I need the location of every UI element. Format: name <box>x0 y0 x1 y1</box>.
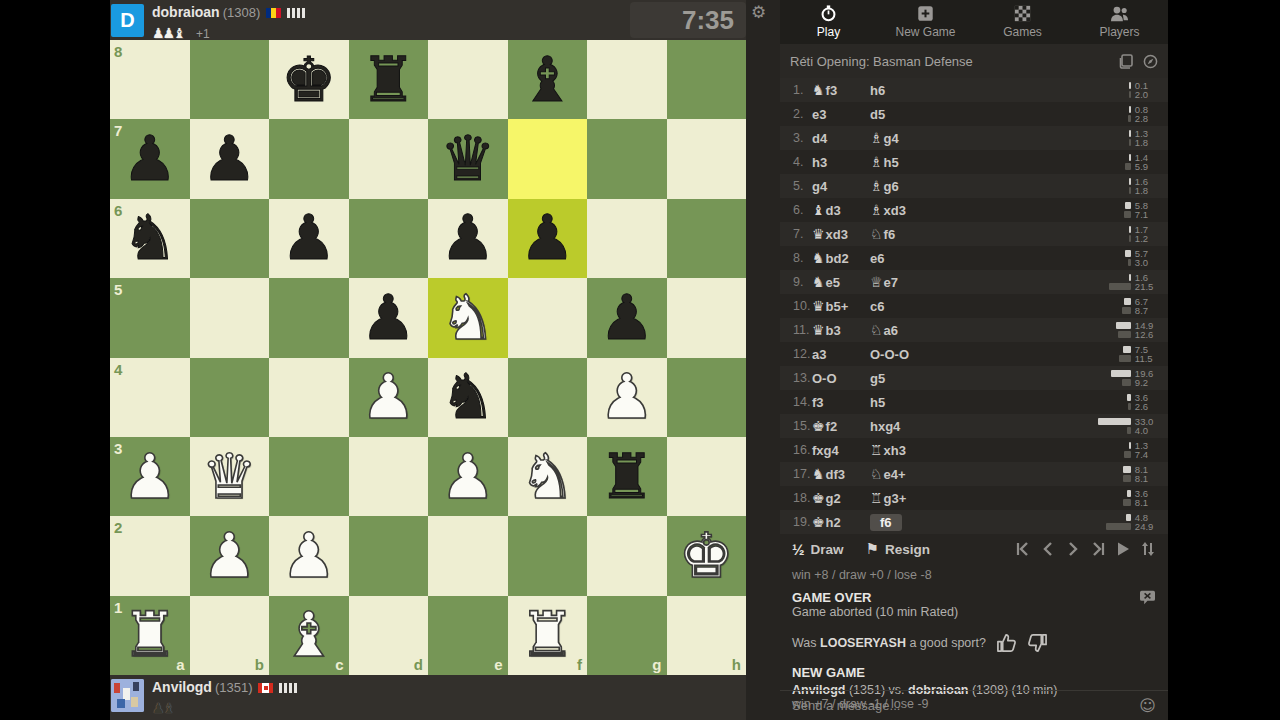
square-f3[interactable]: ♞ <box>508 437 588 516</box>
piece-black-queen[interactable]: ♛ <box>440 128 496 190</box>
piece-white-pawn[interactable]: ♟ <box>122 446 178 508</box>
move-number: 7. <box>780 227 812 241</box>
white-move[interactable]: ♚f2 <box>812 418 870 434</box>
square-a4[interactable]: 4 <box>110 358 190 437</box>
square-g6[interactable] <box>587 199 667 278</box>
move-row: 7.♛xd3♘f61.71.2 <box>780 222 1168 246</box>
file-label: d <box>414 657 423 672</box>
square-h1[interactable]: h <box>667 596 747 675</box>
square-b2[interactable]: ♟ <box>190 516 270 595</box>
square-d3[interactable] <box>349 437 429 516</box>
move-row: 13.O-Og519.69.2 <box>780 366 1168 390</box>
black-clock: 7:35 <box>630 2 746 38</box>
figurine-icon: ♖ <box>870 442 883 458</box>
square-c3[interactable] <box>269 437 349 516</box>
piece-white-rook[interactable]: ♜ <box>519 604 575 666</box>
square-c7[interactable] <box>269 119 349 198</box>
figurine-icon: ♘ <box>870 322 883 338</box>
piece-black-knight[interactable]: ♞ <box>122 207 178 269</box>
opening-row: Réti Opening: Basman Defense <box>780 44 1168 78</box>
piece-white-queen[interactable]: ♛ <box>201 446 257 508</box>
piece-black-pawn[interactable]: ♟ <box>201 128 257 190</box>
move-times: 7.511.5 <box>1096 346 1168 363</box>
move-row: 8.♞bd2e65.73.0 <box>780 246 1168 270</box>
rank-label: 4 <box>114 362 122 377</box>
black-move[interactable]: ♗h5 <box>870 154 1096 170</box>
piece-white-knight[interactable]: ♞ <box>519 446 575 508</box>
figurine-icon: ♕ <box>870 274 883 290</box>
square-e6[interactable]: ♟ <box>428 199 508 278</box>
sportsmanship-row: Was LOOSERYASH a good sport? <box>792 633 1156 653</box>
white-move[interactable]: O-O <box>812 371 870 386</box>
move-number: 10. <box>780 299 812 313</box>
square-e1[interactable]: e <box>428 596 508 675</box>
square-d7[interactable] <box>349 119 429 198</box>
game-over-detail: Game aborted (10 min Rated) <box>792 605 1156 619</box>
thumbs-up-icon[interactable] <box>996 633 1017 653</box>
square-f7[interactable] <box>508 119 588 198</box>
square-d4[interactable]: ♟ <box>349 358 429 437</box>
settings-gear-icon[interactable]: ⚙ <box>751 2 766 22</box>
move-number: 2. <box>780 107 812 121</box>
figurine-icon: ♗ <box>870 202 883 218</box>
player-rating: (1351) <box>215 680 253 695</box>
piece-black-pawn[interactable]: ♟ <box>519 207 575 269</box>
opponent-name: LOOSERYASH <box>820 636 906 650</box>
black-move[interactable]: h5 <box>870 395 1096 410</box>
move-row: 19.♚h2f64.824.9 <box>780 510 1168 534</box>
square-a6[interactable]: 6♞ <box>110 199 190 278</box>
square-e7[interactable]: ♛ <box>428 119 508 198</box>
move-times: 8.18.1 <box>1096 466 1168 483</box>
square-f4[interactable] <box>508 358 588 437</box>
move-number: 11. <box>780 323 812 337</box>
move-times: 1.45.9 <box>1096 154 1168 171</box>
move-number: 16. <box>780 443 812 457</box>
move-times: 3.68.1 <box>1096 490 1168 507</box>
move-row: 12.a3O-O-O7.511.5 <box>780 342 1168 366</box>
white-move[interactable]: f3 <box>812 395 870 410</box>
game-controls: ½ Draw ⚑ Resign <box>780 534 1168 564</box>
avatar[interactable]: D <box>111 4 144 37</box>
captured-pieces: ♟♟♝ +1 <box>152 24 307 39</box>
square-b3[interactable]: ♛ <box>190 437 270 516</box>
move-times: 4.824.9 <box>1096 514 1168 531</box>
square-d8[interactable]: ♜ <box>349 40 429 119</box>
white-move[interactable]: ♞bd2 <box>812 250 870 266</box>
rank-label: 5 <box>114 282 122 297</box>
file-label: h <box>732 657 741 672</box>
move-row: 4.h3♗h51.45.9 <box>780 150 1168 174</box>
app-window: D dobraioan(1308) ♟♟♝ +1 7:35 8♚♜♝7♟♟♛6♞… <box>0 0 1280 720</box>
piece-black-pawn[interactable]: ♟ <box>599 287 655 349</box>
opening-name: Réti Opening: Basman Defense <box>790 54 1109 69</box>
move-times: 0.82.8 <box>1096 106 1168 123</box>
board-grid-icon <box>1014 5 1031 22</box>
resign-flag-icon: ⚑ <box>866 540 879 558</box>
chat-muted-icon[interactable] <box>1139 590 1156 605</box>
figurine-icon: ♛ <box>812 226 825 242</box>
move-number: 8. <box>780 251 812 265</box>
move-number: 5. <box>780 179 812 193</box>
white-move[interactable]: ♝d3 <box>812 202 870 218</box>
player-name[interactable]: dobraioan <box>152 4 220 20</box>
black-move[interactable]: ♗g4 <box>870 130 1096 146</box>
signal-bars-icon <box>287 4 307 22</box>
white-move[interactable]: e3 <box>812 107 870 122</box>
file-label: g <box>652 657 661 672</box>
black-move[interactable]: ♘e4+ <box>870 466 1096 482</box>
move-row: 2.e3d50.82.8 <box>780 102 1168 126</box>
square-h3[interactable] <box>667 437 747 516</box>
piece-black-pawn[interactable]: ♟ <box>360 287 416 349</box>
black-move[interactable]: c6 <box>870 299 1096 314</box>
white-move[interactable]: a3 <box>812 347 870 362</box>
square-g8[interactable] <box>587 40 667 119</box>
white-move[interactable]: ♞df3 <box>812 466 870 482</box>
square-b5[interactable] <box>190 278 270 357</box>
square-g5[interactable]: ♟ <box>587 278 667 357</box>
square-a1[interactable]: 1a♜ <box>110 596 190 675</box>
rank-label: 3 <box>114 441 122 456</box>
black-move[interactable]: ♘a6 <box>870 322 1096 338</box>
move-times: 1.61.8 <box>1096 178 1168 195</box>
file-label: e <box>494 657 502 672</box>
resign-button[interactable]: ⚑ Resign <box>866 540 930 558</box>
piece-white-knight[interactable]: ♞ <box>440 287 496 349</box>
piece-white-pawn[interactable]: ♟ <box>201 525 257 587</box>
square-b1[interactable]: b <box>190 596 270 675</box>
file-label: c <box>335 657 343 672</box>
move-number: 6. <box>780 203 812 217</box>
square-h8[interactable] <box>667 40 747 119</box>
romania-flag-icon <box>266 8 281 18</box>
square-e8[interactable] <box>428 40 508 119</box>
rating-change-line: win +8 / draw +0 / lose -8 <box>792 568 1156 582</box>
chat-message-input[interactable]: Send a message... <box>792 698 1139 713</box>
square-c2[interactable]: ♟ <box>269 516 349 595</box>
file-label: b <box>255 657 264 672</box>
game-over-title: GAME OVER <box>792 590 871 605</box>
draw-button[interactable]: ½ Draw <box>792 541 844 558</box>
game-area: D dobraioan(1308) ♟♟♝ +1 7:35 8♚♜♝7♟♟♛6♞… <box>110 0 746 720</box>
move-times: 5.73.0 <box>1096 250 1168 267</box>
move-row: 14.f3h53.62.6 <box>780 390 1168 414</box>
black-move[interactable]: ♗xd3 <box>870 202 1096 218</box>
tab-play[interactable]: Play <box>780 0 877 44</box>
square-f8[interactable]: ♝ <box>508 40 588 119</box>
sidebar: Play New Game Games <box>780 0 1168 720</box>
move-number: 1. <box>780 83 812 97</box>
piece-black-bishop[interactable]: ♝ <box>519 49 575 111</box>
figurine-icon: ♗ <box>870 130 883 146</box>
square-b8[interactable] <box>190 40 270 119</box>
square-f2[interactable] <box>508 516 588 595</box>
piece-black-rook[interactable]: ♜ <box>360 49 416 111</box>
square-f6[interactable]: ♟ <box>508 199 588 278</box>
tab-players[interactable]: Players <box>1071 0 1168 44</box>
move-number: 12. <box>780 347 812 361</box>
white-move[interactable]: d4 <box>812 131 870 146</box>
figurine-icon: ♞ <box>812 466 825 482</box>
move-row: 5.g4♗g61.61.8 <box>780 174 1168 198</box>
piece-black-rook[interactable]: ♜ <box>599 446 655 508</box>
square-g2[interactable] <box>587 516 667 595</box>
square-g3[interactable]: ♜ <box>587 437 667 516</box>
file-label: a <box>176 657 184 672</box>
move-row: 11.♛b3♘a614.912.6 <box>780 318 1168 342</box>
figurine-icon: ♚ <box>812 418 825 434</box>
bottom-player-bar: Anvilogd(1351) ♟♝ 7:50 ! <box>110 675 746 720</box>
figurine-icon: ♛ <box>812 322 825 338</box>
white-move[interactable]: ♞f3 <box>812 82 870 98</box>
tab-games[interactable]: Games <box>974 0 1071 44</box>
square-g7[interactable] <box>587 119 667 198</box>
square-f5[interactable] <box>508 278 588 357</box>
move-row: 6.♝d3♗xd35.87.1 <box>780 198 1168 222</box>
move-number: 3. <box>780 131 812 145</box>
piece-white-pawn[interactable]: ♟ <box>360 366 416 428</box>
black-move[interactable]: ♖xh3 <box>870 442 1096 458</box>
piece-black-king[interactable]: ♚ <box>281 49 337 111</box>
move-row: 15.♚f2hxg433.04.0 <box>780 414 1168 438</box>
figurine-icon: ♘ <box>870 226 883 242</box>
chat-row: Send a message... ☺ <box>780 691 1168 720</box>
piece-white-pawn[interactable]: ♟ <box>440 446 496 508</box>
move-times: 0.12.0 <box>1096 82 1168 99</box>
square-b4[interactable] <box>190 358 270 437</box>
move-row: 17.♞df3♘e4+8.18.1 <box>780 462 1168 486</box>
move-times: 1.31.8 <box>1096 130 1168 147</box>
figurine-icon: ♛ <box>812 298 825 314</box>
black-move[interactable]: ♘f6 <box>870 226 1096 242</box>
move-list: 1.♞f3h60.12.02.e3d50.82.83.d4♗g41.31.84.… <box>780 78 1168 534</box>
stopwatch-icon <box>820 5 837 22</box>
black-move[interactable]: ♗g6 <box>870 178 1096 194</box>
black-move[interactable]: e6 <box>870 251 1096 266</box>
piece-black-pawn[interactable]: ♟ <box>440 207 496 269</box>
tab-new-game[interactable]: New Game <box>877 0 974 44</box>
captured-pieces: ♟♝ <box>152 699 299 714</box>
move-number: 13. <box>780 371 812 385</box>
game-over-panel: win +8 / draw +0 / lose -8 GAME OVER Gam… <box>780 564 1168 711</box>
black-move[interactable]: ♕e7 <box>870 274 1096 290</box>
players-icon <box>1110 5 1129 22</box>
square-d5[interactable]: ♟ <box>349 278 429 357</box>
move-row: 18.♚g2♖g3+3.68.1 <box>780 486 1168 510</box>
move-row: 10.♛b5+c66.78.7 <box>780 294 1168 318</box>
white-move[interactable]: ♛xd3 <box>812 226 870 242</box>
flip-board-button[interactable] <box>1140 541 1156 557</box>
chess-board: 8♚♜♝7♟♟♛6♞♟♟♟5♟♞♟4♟♞♟3♟♛♟♞♜2♟♟♚1a♜bc♝def… <box>110 40 746 675</box>
square-c8[interactable]: ♚ <box>269 40 349 119</box>
player-rating: (1308) <box>223 5 261 20</box>
white-move[interactable]: ♚g2 <box>812 490 870 506</box>
square-c4[interactable] <box>269 358 349 437</box>
top-player-bar: D dobraioan(1308) ♟♟♝ +1 7:35 <box>110 0 746 40</box>
rank-label: 1 <box>114 600 122 615</box>
signal-bars-icon <box>279 679 299 697</box>
move-number: 15. <box>780 419 812 433</box>
black-move[interactable]: ♖g3+ <box>870 490 1096 506</box>
square-c5[interactable] <box>269 278 349 357</box>
black-move[interactable]: g5 <box>870 371 1096 386</box>
move-row: 1.♞f3h60.12.0 <box>780 78 1168 102</box>
move-number: 17. <box>780 467 812 481</box>
move-times: 1.37.4 <box>1096 442 1168 459</box>
file-label: f <box>577 657 582 672</box>
black-move[interactable]: d5 <box>870 107 1096 122</box>
move-number: 9. <box>780 275 812 289</box>
white-move[interactable]: fxg4 <box>812 443 870 458</box>
white-move[interactable]: ♞e5 <box>812 274 870 290</box>
square-h7[interactable] <box>667 119 747 198</box>
avatar[interactable] <box>111 679 144 712</box>
white-move[interactable]: g4 <box>812 179 870 194</box>
previous-move-button[interactable] <box>1040 541 1056 557</box>
square-e4[interactable]: ♞ <box>428 358 508 437</box>
rank-label: 2 <box>114 520 122 535</box>
move-number: 4. <box>780 155 812 169</box>
piece-black-knight[interactable]: ♞ <box>440 366 496 428</box>
piece-white-rook[interactable]: ♜ <box>122 604 178 666</box>
figurine-icon: ♚ <box>812 490 825 506</box>
piece-white-bishop[interactable]: ♝ <box>281 604 337 666</box>
move-times: 33.04.0 <box>1096 418 1168 435</box>
square-b7[interactable]: ♟ <box>190 119 270 198</box>
white-move[interactable]: ♛b3 <box>812 322 870 338</box>
emoji-smiley-icon[interactable]: ☺ <box>1139 696 1156 715</box>
move-times: 5.87.1 <box>1096 202 1168 219</box>
square-g1[interactable]: g <box>587 596 667 675</box>
move-times: 19.69.2 <box>1096 370 1168 387</box>
move-row: 3.d4♗g41.31.8 <box>780 126 1168 150</box>
move-number: 18. <box>780 491 812 505</box>
square-d6[interactable] <box>349 199 429 278</box>
player-name[interactable]: Anvilogd <box>152 679 212 695</box>
black-move[interactable]: O-O-O <box>870 347 1096 362</box>
white-move[interactable]: ♛b5+ <box>812 298 870 314</box>
square-a8[interactable]: 8 <box>110 40 190 119</box>
square-e2[interactable] <box>428 516 508 595</box>
figurine-icon: ♞ <box>812 250 825 266</box>
square-h4[interactable] <box>667 358 747 437</box>
half-point-icon: ½ <box>792 541 805 558</box>
autoplay-button[interactable] <box>1115 541 1131 557</box>
tab-bar: Play New Game Games <box>780 0 1168 44</box>
square-d2[interactable] <box>349 516 429 595</box>
black-move[interactable]: f6 <box>870 514 1096 531</box>
rank-label: 6 <box>114 203 122 218</box>
material-advantage: +1 <box>196 27 210 41</box>
square-h2[interactable]: ♚ <box>667 516 747 595</box>
rank-label: 7 <box>114 123 122 138</box>
square-d1[interactable]: d <box>349 596 429 675</box>
square-h6[interactable] <box>667 199 747 278</box>
move-number: 19. <box>780 515 812 529</box>
square-a2[interactable]: 2 <box>110 516 190 595</box>
square-f1[interactable]: f♜ <box>508 596 588 675</box>
move-times: 1.71.2 <box>1096 226 1168 243</box>
square-a3[interactable]: 3♟ <box>110 437 190 516</box>
square-g4[interactable]: ♟ <box>587 358 667 437</box>
move-times: 3.62.6 <box>1096 394 1168 411</box>
figurine-icon: ♝ <box>812 202 825 218</box>
move-times: 6.78.7 <box>1096 298 1168 315</box>
figurine-icon: ♗ <box>870 154 883 170</box>
bottom-player-info: Anvilogd(1351) ♟♝ <box>152 678 299 714</box>
white-move[interactable]: h3 <box>812 155 870 170</box>
figurine-icon: ♖ <box>870 490 883 506</box>
new-game-title: NEW GAME <box>792 665 1156 680</box>
explorer-compass-icon[interactable] <box>1143 54 1158 69</box>
figurine-icon: ♚ <box>812 514 825 530</box>
rank-label: 8 <box>114 44 122 59</box>
square-b6[interactable] <box>190 199 270 278</box>
canada-flag-icon <box>258 683 273 693</box>
piece-white-king[interactable]: ♚ <box>678 525 734 587</box>
move-times: 14.912.6 <box>1096 322 1168 339</box>
opening-book-icon[interactable] <box>1119 54 1133 69</box>
piece-black-pawn[interactable]: ♟ <box>281 207 337 269</box>
move-row: 9.♞e5♕e71.621.5 <box>780 270 1168 294</box>
square-e3[interactable]: ♟ <box>428 437 508 516</box>
figurine-icon: ♗ <box>870 178 883 194</box>
move-times: 1.621.5 <box>1096 274 1168 291</box>
square-c6[interactable]: ♟ <box>269 199 349 278</box>
square-a5[interactable]: 5 <box>110 278 190 357</box>
black-move[interactable]: hxg4 <box>870 419 1096 434</box>
black-move[interactable]: h6 <box>870 83 1096 98</box>
square-c1[interactable]: c♝ <box>269 596 349 675</box>
move-row: 16.fxg4♖xh31.37.4 <box>780 438 1168 462</box>
figurine-icon: ♞ <box>812 274 825 290</box>
piece-white-pawn[interactable]: ♟ <box>281 525 337 587</box>
thumbs-down-icon[interactable] <box>1027 633 1048 653</box>
square-e5[interactable]: ♞ <box>428 278 508 357</box>
plus-square-icon <box>917 5 934 22</box>
figurine-icon: ♞ <box>812 82 825 98</box>
white-move[interactable]: ♚h2 <box>812 514 870 530</box>
go-to-end-button[interactable] <box>1090 541 1106 557</box>
go-to-start-button[interactable] <box>1015 541 1031 557</box>
top-player-info: dobraioan(1308) ♟♟♝ +1 <box>152 3 307 39</box>
current-move: f6 <box>870 514 902 531</box>
square-h5[interactable] <box>667 278 747 357</box>
figurine-icon: ♘ <box>870 466 883 482</box>
move-number: 14. <box>780 395 812 409</box>
piece-black-pawn[interactable]: ♟ <box>122 128 178 190</box>
piece-white-pawn[interactable]: ♟ <box>599 366 655 428</box>
next-move-button[interactable] <box>1065 541 1081 557</box>
square-a7[interactable]: 7♟ <box>110 119 190 198</box>
